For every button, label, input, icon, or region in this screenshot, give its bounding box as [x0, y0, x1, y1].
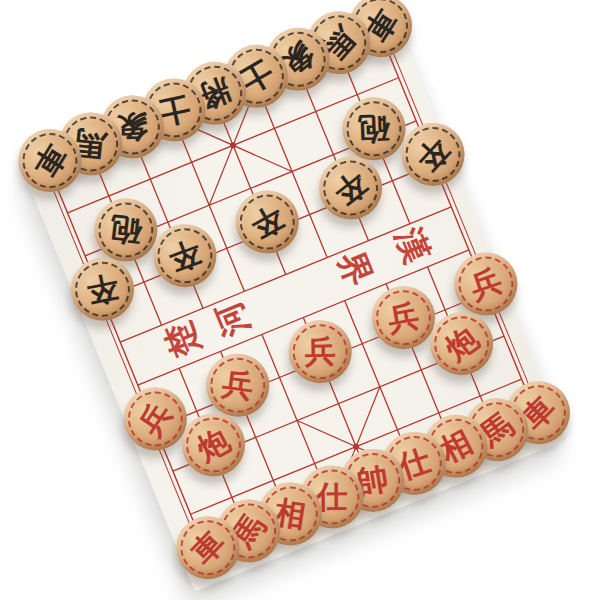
- piece-character: 砲: [109, 212, 143, 246]
- photo-scene: 楚河界漢 車馬象士將士象馬車砲砲卒卒卒卒卒兵兵兵兵兵炮炮車馬相仕帥仕相馬車: [0, 0, 600, 600]
- xiangqi-board: 楚河界漢 車馬象士將士象馬車砲砲卒卒卒卒卒兵兵兵兵兵炮炮車馬相仕帥仕相馬車: [23, 18, 566, 591]
- piece-character: 卒: [84, 271, 120, 307]
- piece-character: 兵: [304, 335, 336, 367]
- piece-character: 兵: [220, 367, 255, 402]
- piece-character: 砲: [358, 112, 390, 144]
- piece-character: 兵: [385, 299, 421, 335]
